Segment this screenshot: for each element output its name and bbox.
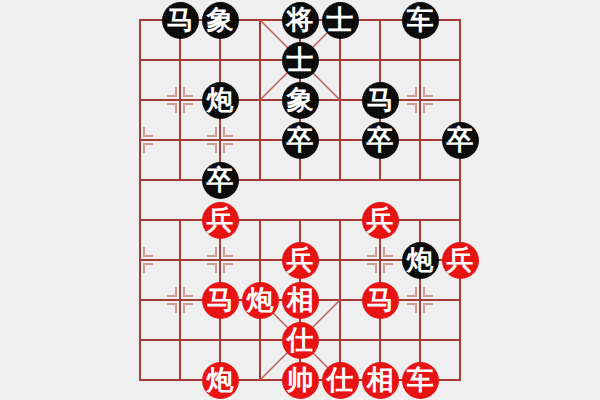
red-pawn-piece[interactable]: 兵 (442, 242, 479, 279)
red-pawn-piece[interactable]: 兵 (362, 202, 399, 239)
board-point: 仕 (320, 360, 360, 400)
black-horse-piece[interactable]: 马 (162, 2, 199, 39)
board-point: 马 (160, 0, 200, 40)
board-point: 车 (400, 0, 440, 40)
board-point: 卒 (440, 120, 480, 160)
black-elephant-piece[interactable]: 象 (282, 82, 319, 119)
board-point: 士 (320, 0, 360, 40)
black-advisor-piece[interactable]: 士 (282, 42, 319, 79)
black-pawn-piece[interactable]: 卒 (202, 162, 239, 199)
red-general-piece[interactable]: 帅 (282, 362, 319, 399)
board-point: 兵 (440, 240, 480, 280)
board-point: 炮 (240, 280, 280, 320)
board-point: 炮 (200, 80, 240, 120)
board-point: 卒 (360, 120, 400, 160)
board-point: 马 (200, 280, 240, 320)
board-point: 马 (360, 80, 400, 120)
black-pawn-piece[interactable]: 卒 (282, 122, 319, 159)
black-pawn-piece[interactable]: 卒 (442, 122, 479, 159)
board-point: 兵 (360, 200, 400, 240)
red-cannon-piece[interactable]: 炮 (242, 282, 279, 319)
black-advisor-piece[interactable]: 士 (322, 2, 359, 39)
red-advisor-piece[interactable]: 仕 (322, 362, 359, 399)
board-point: 帅 (280, 360, 320, 400)
red-advisor-piece[interactable]: 仕 (282, 322, 319, 359)
red-pawn-piece[interactable]: 兵 (282, 242, 319, 279)
board-point: 将 (280, 0, 320, 40)
board-point: 兵 (200, 200, 240, 240)
black-general-piece[interactable]: 将 (282, 2, 319, 39)
board-point: 卒 (200, 160, 240, 200)
board-point: 士 (280, 40, 320, 80)
board-intersections: 马象将士车士炮象马卒卒卒卒炮兵兵兵兵马炮相马仕炮帅仕相车 (120, 0, 480, 400)
red-elephant-piece[interactable]: 相 (282, 282, 319, 319)
black-horse-piece[interactable]: 马 (362, 82, 399, 119)
board-point: 炮 (400, 240, 440, 280)
black-cannon-piece[interactable]: 炮 (202, 82, 239, 119)
black-cannon-piece[interactable]: 炮 (402, 242, 439, 279)
board-point: 车 (400, 360, 440, 400)
black-chariot-piece[interactable]: 车 (402, 2, 439, 39)
board-point: 马 (360, 280, 400, 320)
board-point: 象 (200, 0, 240, 40)
red-cannon-piece[interactable]: 炮 (202, 362, 239, 399)
board-point: 仕 (280, 320, 320, 360)
red-chariot-piece[interactable]: 车 (402, 362, 439, 399)
board-point: 象 (280, 80, 320, 120)
xiangqi-board: 马象将士车士炮象马卒卒卒卒炮兵兵兵兵马炮相马仕炮帅仕相车 (120, 0, 480, 400)
board-point: 相 (280, 280, 320, 320)
red-pawn-piece[interactable]: 兵 (202, 202, 239, 239)
red-horse-piece[interactable]: 马 (202, 282, 239, 319)
board-point: 相 (360, 360, 400, 400)
board-point: 炮 (200, 360, 240, 400)
black-pawn-piece[interactable]: 卒 (362, 122, 399, 159)
red-elephant-piece[interactable]: 相 (362, 362, 399, 399)
board-point: 兵 (280, 240, 320, 280)
red-horse-piece[interactable]: 马 (362, 282, 399, 319)
black-elephant-piece[interactable]: 象 (202, 2, 239, 39)
board-point: 卒 (280, 120, 320, 160)
xiangqi-app: 马象将士车士炮象马卒卒卒卒炮兵兵兵兵马炮相马仕炮帅仕相车 (0, 0, 600, 400)
